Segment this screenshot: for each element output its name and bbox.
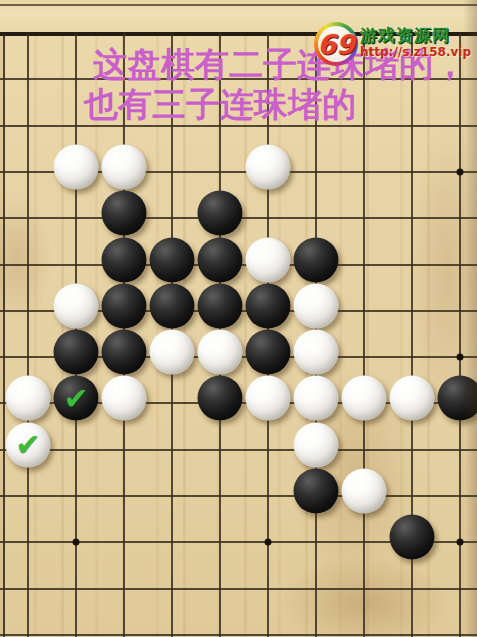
stone-black <box>150 283 195 328</box>
wood-stain <box>408 120 477 420</box>
star-point <box>457 354 464 361</box>
logo-badge-icon: 69 <box>314 22 358 66</box>
stone-black <box>438 376 477 421</box>
stone-white <box>54 283 99 328</box>
stone-white-checked: ✔ <box>6 422 51 467</box>
stone-black <box>102 330 147 375</box>
check-icon: ✔ <box>15 430 40 460</box>
grid-row-line <box>0 588 477 590</box>
check-icon: ✔ <box>63 383 88 413</box>
watermark-logo: 69 游戏资源网 http://s.z158.vip <box>314 22 471 66</box>
stone-black <box>102 283 147 328</box>
stone-black <box>390 515 435 560</box>
star-point <box>457 539 464 546</box>
wood-stain <box>0 195 52 325</box>
stone-white <box>294 376 339 421</box>
stone-black <box>102 237 147 282</box>
stone-white <box>54 144 99 189</box>
stone-white <box>6 376 51 421</box>
stone-white <box>342 376 387 421</box>
stone-white <box>102 376 147 421</box>
stone-black <box>246 283 291 328</box>
stone-black <box>294 237 339 282</box>
stone-black <box>198 191 243 236</box>
stone-white <box>198 330 243 375</box>
stone-white <box>102 144 147 189</box>
star-point <box>73 539 80 546</box>
stone-white <box>294 283 339 328</box>
stone-black <box>150 237 195 282</box>
star-point <box>457 168 464 175</box>
stone-black <box>102 191 147 236</box>
stone-black <box>294 469 339 514</box>
logo-site-name: 游戏资源网 <box>360 26 471 44</box>
star-point <box>265 539 272 546</box>
wood-stain <box>280 555 450 637</box>
grid-row-line <box>0 495 477 497</box>
stone-white <box>246 376 291 421</box>
grid-row-line <box>0 125 477 127</box>
grid-row-line <box>0 634 477 636</box>
stone-white <box>246 144 291 189</box>
stone-white <box>246 237 291 282</box>
grid-column-line <box>27 33 29 637</box>
stone-black <box>198 283 243 328</box>
table-edge-line <box>0 4 477 6</box>
logo-badge-number: 69 <box>317 31 355 58</box>
logo-site-url: http://s.z158.vip <box>360 45 471 59</box>
board-left-edge-line <box>3 33 5 637</box>
grid-row-line <box>0 449 477 451</box>
stone-black <box>54 330 99 375</box>
stone-black <box>198 237 243 282</box>
stone-white <box>294 422 339 467</box>
stone-white <box>390 376 435 421</box>
gomoku-screenshot: ✔✔ 这盘棋有二子连珠堵的， 也有三子连珠堵的 69 游戏资源网 http://… <box>0 0 477 637</box>
stone-white <box>294 330 339 375</box>
caption-line-2: 也有三子连珠堵的 <box>84 84 467 124</box>
stone-black <box>246 330 291 375</box>
stone-white <box>342 469 387 514</box>
stone-black <box>198 376 243 421</box>
stone-white <box>150 330 195 375</box>
stone-black-checked: ✔ <box>54 376 99 421</box>
